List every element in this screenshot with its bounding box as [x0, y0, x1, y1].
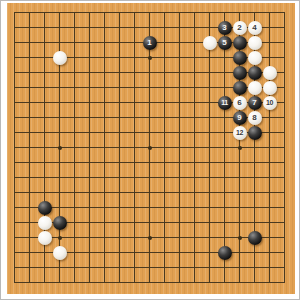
star-point	[58, 236, 62, 240]
white-stone-R12: 8	[248, 111, 262, 125]
move-number: 2	[237, 21, 241, 35]
move-number: 7	[252, 96, 256, 110]
move-number: 11	[221, 96, 227, 110]
white-stone-Q11: 12	[233, 126, 247, 140]
black-stone-K17: 1	[143, 36, 157, 50]
black-stone-Q17	[233, 36, 247, 50]
black-stone-Q16	[233, 51, 247, 65]
white-stone-D3	[53, 246, 67, 260]
white-stone-R18: 4	[248, 21, 262, 35]
move-number: 6	[237, 96, 241, 110]
white-stone-S15	[263, 66, 277, 80]
black-stone-P3	[218, 246, 232, 260]
star-point	[148, 146, 152, 150]
black-stone-D5	[53, 216, 67, 230]
star-point	[58, 146, 62, 150]
move-number: 10	[266, 96, 273, 110]
white-stone-Q13: 6	[233, 96, 247, 110]
white-stone-R14	[248, 81, 262, 95]
move-number: 4	[252, 21, 256, 35]
black-stone-Q15	[233, 66, 247, 80]
black-stone-R4	[248, 231, 262, 245]
white-stone-R17	[248, 36, 262, 50]
star-point	[148, 56, 152, 60]
move-number: 3	[222, 21, 226, 35]
black-stone-P13: 11	[218, 96, 232, 110]
black-stone-R15	[248, 66, 262, 80]
white-stone-C4	[38, 231, 52, 245]
black-stone-P18: 3	[218, 21, 232, 35]
white-stone-R16	[248, 51, 262, 65]
white-stone-Q18: 2	[233, 21, 247, 35]
go-diagram: 132451167109812	[0, 0, 300, 300]
white-stone-S13: 10	[263, 96, 277, 110]
black-stone-C6	[38, 201, 52, 215]
black-stone-P17: 5	[218, 36, 232, 50]
move-number: 8	[252, 111, 256, 125]
black-stone-Q12: 9	[233, 111, 247, 125]
black-stone-Q14	[233, 81, 247, 95]
white-stone-C5	[38, 216, 52, 230]
white-stone-D16	[53, 51, 67, 65]
white-stone-O17	[203, 36, 217, 50]
move-number: 5	[222, 36, 226, 50]
star-point	[238, 236, 242, 240]
black-stone-R11	[248, 126, 262, 140]
go-board-grid[interactable]: 132451167109812	[14, 12, 285, 283]
star-point	[148, 236, 152, 240]
go-board: 132451167109812	[7, 3, 295, 294]
star-point	[238, 146, 242, 150]
white-stone-S14	[263, 81, 277, 95]
move-number: 9	[237, 111, 241, 125]
move-number: 12	[236, 126, 243, 140]
move-number: 1	[147, 36, 151, 50]
black-stone-R13: 7	[248, 96, 262, 110]
